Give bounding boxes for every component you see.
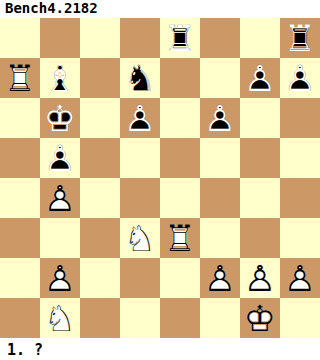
piece-black-pawn[interactable]: ♟♙ [40, 138, 80, 178]
piece-fill-glyph: ♟ [280, 58, 320, 98]
piece-black-pawn[interactable]: ♟♙ [280, 58, 320, 98]
piece-fill-glyph: ♜ [280, 18, 320, 58]
piece-outline-glyph: ♙ [200, 98, 240, 138]
move-prompt: 1. ? [0, 338, 320, 360]
square-g4[interactable] [240, 178, 280, 218]
square-h8[interactable]: ♜♖ [280, 18, 320, 58]
piece-outline-glyph: ♙ [120, 98, 160, 138]
piece-outline-glyph: ♔ [40, 98, 80, 138]
piece-black-pawn[interactable]: ♟♙ [120, 98, 160, 138]
piece-white-rook[interactable]: ♜♖ [160, 218, 200, 258]
square-c4[interactable] [80, 178, 120, 218]
square-f2[interactable]: ♟♙ [200, 258, 240, 298]
square-g2[interactable]: ♟♙ [240, 258, 280, 298]
piece-fill-glyph: ♞ [40, 298, 80, 338]
piece-fill-glyph: ♜ [160, 18, 200, 58]
piece-fill-glyph: ♟ [200, 98, 240, 138]
piece-white-knight[interactable]: ♞♘ [40, 298, 80, 338]
piece-white-pawn[interactable]: ♟♙ [200, 258, 240, 298]
square-a5[interactable] [0, 138, 40, 178]
square-h4[interactable] [280, 178, 320, 218]
piece-white-pawn[interactable]: ♟♙ [40, 258, 80, 298]
piece-fill-glyph: ♟ [200, 258, 240, 298]
square-c7[interactable] [80, 58, 120, 98]
piece-outline-glyph: ♘ [120, 58, 160, 98]
square-f4[interactable] [200, 178, 240, 218]
square-c2[interactable] [80, 258, 120, 298]
square-e6[interactable] [160, 98, 200, 138]
square-g8[interactable] [240, 18, 280, 58]
piece-outline-glyph: ♗ [40, 58, 80, 98]
square-e5[interactable] [160, 138, 200, 178]
square-h5[interactable] [280, 138, 320, 178]
square-b2[interactable]: ♟♙ [40, 258, 80, 298]
square-a2[interactable] [0, 258, 40, 298]
square-a4[interactable] [0, 178, 40, 218]
piece-fill-glyph: ♟ [40, 138, 80, 178]
square-d6[interactable]: ♟♙ [120, 98, 160, 138]
chess-board: ♜♖♜♖♜♖♝♗♞♘♟♙♟♙♚♔♟♙♟♙♟♙♟♙♞♘♜♖♟♙♟♙♟♙♟♙♞♘♚♔ [0, 18, 320, 338]
piece-fill-glyph: ♟ [40, 178, 80, 218]
piece-white-knight[interactable]: ♞♘ [120, 218, 160, 258]
square-e2[interactable] [160, 258, 200, 298]
square-b8[interactable] [40, 18, 80, 58]
square-e3[interactable]: ♜♖ [160, 218, 200, 258]
piece-fill-glyph: ♟ [40, 258, 80, 298]
square-h1[interactable] [280, 298, 320, 338]
piece-outline-glyph: ♖ [0, 58, 40, 98]
square-g3[interactable] [240, 218, 280, 258]
piece-fill-glyph: ♟ [280, 258, 320, 298]
square-h2[interactable]: ♟♙ [280, 258, 320, 298]
piece-outline-glyph: ♙ [280, 258, 320, 298]
square-g6[interactable] [240, 98, 280, 138]
square-b5[interactable]: ♟♙ [40, 138, 80, 178]
square-d3[interactable]: ♞♘ [120, 218, 160, 258]
square-h7[interactable]: ♟♙ [280, 58, 320, 98]
square-b3[interactable] [40, 218, 80, 258]
square-f1[interactable] [200, 298, 240, 338]
square-c6[interactable] [80, 98, 120, 138]
piece-outline-glyph: ♖ [160, 218, 200, 258]
piece-fill-glyph: ♟ [240, 58, 280, 98]
square-b1[interactable]: ♞♘ [40, 298, 80, 338]
square-a6[interactable] [0, 98, 40, 138]
square-c1[interactable] [80, 298, 120, 338]
square-c8[interactable] [80, 18, 120, 58]
piece-outline-glyph: ♙ [240, 258, 280, 298]
square-a1[interactable] [0, 298, 40, 338]
piece-white-rook[interactable]: ♜♖ [0, 58, 40, 98]
square-b6[interactable]: ♚♔ [40, 98, 80, 138]
piece-outline-glyph: ♔ [240, 298, 280, 338]
piece-outline-glyph: ♙ [40, 138, 80, 178]
piece-black-pawn[interactable]: ♟♙ [240, 58, 280, 98]
piece-fill-glyph: ♟ [240, 258, 280, 298]
piece-black-knight[interactable]: ♞♘ [120, 58, 160, 98]
square-g1[interactable]: ♚♔ [240, 298, 280, 338]
square-h3[interactable] [280, 218, 320, 258]
square-f5[interactable] [200, 138, 240, 178]
piece-outline-glyph: ♘ [120, 218, 160, 258]
square-a7[interactable]: ♜♖ [0, 58, 40, 98]
piece-black-king[interactable]: ♚♔ [40, 98, 80, 138]
square-d2[interactable] [120, 258, 160, 298]
square-h6[interactable] [280, 98, 320, 138]
square-e8[interactable]: ♜♖ [160, 18, 200, 58]
square-d7[interactable]: ♞♘ [120, 58, 160, 98]
square-d4[interactable] [120, 178, 160, 218]
square-f8[interactable] [200, 18, 240, 58]
piece-outline-glyph: ♙ [40, 178, 80, 218]
square-a8[interactable] [0, 18, 40, 58]
square-g7[interactable]: ♟♙ [240, 58, 280, 98]
square-e7[interactable] [160, 58, 200, 98]
square-b7[interactable]: ♝♗ [40, 58, 80, 98]
square-f7[interactable] [200, 58, 240, 98]
piece-outline-glyph: ♙ [200, 258, 240, 298]
square-b4[interactable]: ♟♙ [40, 178, 80, 218]
piece-outline-glyph: ♙ [240, 58, 280, 98]
piece-fill-glyph: ♟ [120, 98, 160, 138]
piece-white-king[interactable]: ♚♔ [240, 298, 280, 338]
piece-fill-glyph: ♚ [40, 98, 80, 138]
piece-white-pawn[interactable]: ♟♙ [40, 178, 80, 218]
piece-outline-glyph: ♖ [160, 18, 200, 58]
square-c3[interactable] [80, 218, 120, 258]
square-d1[interactable] [120, 298, 160, 338]
piece-outline-glyph: ♙ [40, 258, 80, 298]
square-a3[interactable] [0, 218, 40, 258]
piece-outline-glyph: ♘ [40, 298, 80, 338]
square-f3[interactable] [200, 218, 240, 258]
piece-outline-glyph: ♙ [280, 58, 320, 98]
piece-fill-glyph: ♞ [120, 58, 160, 98]
piece-fill-glyph: ♚ [240, 298, 280, 338]
square-e4[interactable] [160, 178, 200, 218]
page-title: Bench4.2182 [0, 0, 320, 18]
piece-fill-glyph: ♝ [40, 58, 80, 98]
square-f6[interactable]: ♟♙ [200, 98, 240, 138]
piece-black-rook[interactable]: ♜♖ [280, 18, 320, 58]
piece-outline-glyph: ♖ [280, 18, 320, 58]
square-d5[interactable] [120, 138, 160, 178]
piece-fill-glyph: ♜ [160, 218, 200, 258]
chess-app: Bench4.2182 ♜♖♜♖♜♖♝♗♞♘♟♙♟♙♚♔♟♙♟♙♟♙♟♙♞♘♜♖… [0, 0, 320, 360]
piece-black-bishop[interactable]: ♝♗ [40, 58, 80, 98]
piece-black-pawn[interactable]: ♟♙ [200, 98, 240, 138]
piece-black-rook[interactable]: ♜♖ [160, 18, 200, 58]
piece-white-pawn[interactable]: ♟♙ [240, 258, 280, 298]
piece-fill-glyph: ♞ [120, 218, 160, 258]
square-e1[interactable] [160, 298, 200, 338]
piece-white-pawn[interactable]: ♟♙ [280, 258, 320, 298]
square-d8[interactable] [120, 18, 160, 58]
square-g5[interactable] [240, 138, 280, 178]
piece-fill-glyph: ♜ [0, 58, 40, 98]
square-c5[interactable] [80, 138, 120, 178]
